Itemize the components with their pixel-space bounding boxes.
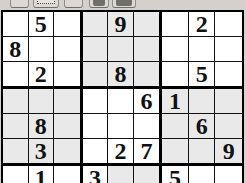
toolbar-button-5[interactable]	[112, 0, 136, 8]
cell-r6c1[interactable]	[3, 139, 29, 164]
cell-r1c4[interactable]	[83, 12, 109, 37]
cell-r7c6[interactable]	[134, 166, 160, 183]
toolbar-button-2[interactable]	[33, 0, 59, 8]
cell-r2c6[interactable]	[134, 37, 160, 62]
cell-r4c3[interactable]	[54, 89, 80, 114]
board-box-2-3: 169	[162, 89, 242, 166]
cell-r4c9[interactable]	[215, 89, 242, 114]
cell-r4c4[interactable]	[83, 89, 109, 114]
board-box-2-2: 627	[83, 89, 163, 166]
cell-r1c3[interactable]	[54, 12, 80, 37]
board-box-1-3: 25	[162, 12, 242, 89]
cell-r5c1[interactable]	[3, 114, 29, 139]
cell-r2c8[interactable]	[189, 37, 216, 62]
cell-r2c1[interactable]: 8	[3, 37, 29, 62]
cell-r7c9[interactable]	[215, 166, 242, 183]
cell-r2c4[interactable]	[83, 37, 109, 62]
cell-r2c7[interactable]	[162, 37, 189, 62]
sudoku-app-window: 582982583627169135	[0, 0, 245, 183]
cell-r1c7[interactable]	[162, 12, 189, 37]
cell-r1c1[interactable]	[3, 12, 29, 37]
cell-r2c5[interactable]	[108, 37, 134, 62]
cell-r5c6[interactable]	[134, 114, 160, 139]
dotted-rectangle-icon	[37, 0, 55, 4]
toolbar	[0, 0, 245, 10]
cell-r4c1[interactable]	[3, 89, 29, 114]
cell-r1c2[interactable]: 5	[29, 12, 55, 37]
cell-r7c4[interactable]: 3	[83, 166, 109, 183]
cell-r6c2[interactable]: 3	[29, 139, 55, 164]
cell-r1c8[interactable]: 2	[189, 12, 216, 37]
toolbar-button-1[interactable]	[10, 0, 29, 8]
cell-r6c9[interactable]: 9	[215, 139, 242, 163]
cell-r3c4[interactable]	[83, 62, 109, 87]
board-box-1-1: 582	[3, 12, 83, 89]
cell-r6c8[interactable]	[189, 139, 216, 163]
cell-r4c6[interactable]: 6	[134, 89, 160, 114]
cell-r7c5[interactable]	[108, 166, 134, 183]
cell-r5c3[interactable]	[54, 114, 80, 139]
cell-r7c7[interactable]: 5	[162, 166, 189, 183]
cell-r3c5[interactable]: 8	[108, 62, 134, 87]
cell-r6c4[interactable]	[83, 139, 109, 164]
cell-r5c5[interactable]	[108, 114, 134, 139]
cell-r3c7[interactable]	[162, 62, 189, 87]
cell-r7c8[interactable]	[189, 166, 216, 183]
cell-r1c6[interactable]	[134, 12, 160, 37]
cell-r5c9[interactable]	[215, 114, 242, 139]
cell-r4c7[interactable]: 1	[162, 89, 189, 114]
cell-r4c2[interactable]	[29, 89, 55, 114]
board-box-3-2: 3	[83, 166, 163, 183]
cell-r4c5[interactable]	[108, 89, 134, 114]
cell-r7c1[interactable]	[3, 166, 29, 183]
cell-r3c1[interactable]	[3, 62, 29, 86]
cell-r2c3[interactable]	[54, 37, 80, 62]
cropped-glyph-icon	[93, 0, 105, 6]
board-box-3-3: 5	[162, 166, 242, 183]
cell-r5c2[interactable]: 8	[29, 114, 55, 139]
board-box-3-1: 1	[3, 166, 83, 183]
cell-r2c9[interactable]	[215, 37, 242, 62]
cell-r6c7[interactable]	[162, 139, 189, 163]
cell-r7c2[interactable]: 1	[29, 166, 55, 183]
cell-r1c9[interactable]	[215, 12, 242, 37]
cell-r5c7[interactable]	[162, 114, 189, 139]
cell-r4c8[interactable]	[189, 89, 216, 114]
cell-r1c5[interactable]: 9	[108, 12, 134, 37]
cell-r5c4[interactable]	[83, 114, 109, 139]
cell-r6c6[interactable]: 7	[134, 139, 160, 164]
toolbar-button-3[interactable]	[64, 0, 83, 8]
cell-r3c8[interactable]: 5	[189, 62, 216, 87]
board-box-2-1: 83	[3, 89, 83, 166]
cell-r2c2[interactable]	[29, 37, 55, 62]
cell-r6c5[interactable]: 2	[108, 139, 134, 164]
cell-r3c3[interactable]	[54, 62, 80, 86]
cropped-glyph-icon	[116, 0, 132, 6]
toolbar-button-4[interactable]	[89, 0, 109, 8]
cell-r5c8[interactable]: 6	[189, 114, 216, 139]
sudoku-board: 582982583627169135	[1, 10, 244, 183]
cell-r3c6[interactable]	[134, 62, 160, 87]
cell-r3c2[interactable]: 2	[29, 62, 55, 86]
board-box-1-2: 98	[83, 12, 163, 89]
cell-r6c3[interactable]	[54, 139, 80, 164]
cell-r3c9[interactable]	[215, 62, 242, 87]
cell-r7c3[interactable]	[54, 166, 80, 183]
